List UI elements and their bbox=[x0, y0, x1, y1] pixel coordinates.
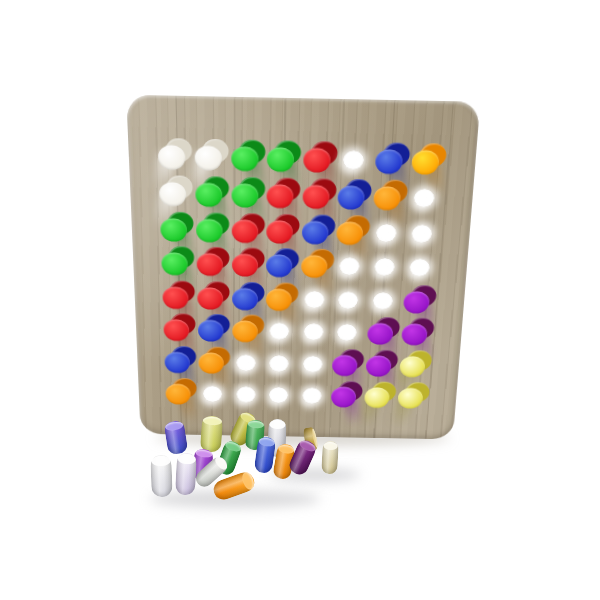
hole-r4c8 bbox=[401, 250, 438, 285]
pegboard-product-photo bbox=[0, 0, 600, 600]
peg bbox=[193, 246, 228, 281]
peg bbox=[194, 314, 228, 347]
peg bbox=[228, 176, 264, 213]
peg bbox=[157, 211, 193, 247]
peg-r4c5-orange bbox=[297, 248, 333, 283]
hole-r8c4 bbox=[262, 379, 295, 410]
empty-hole bbox=[269, 387, 288, 403]
loose-peg-white-clear-standing bbox=[150, 455, 172, 498]
peg bbox=[397, 317, 433, 350]
peg-r6c3-orange bbox=[228, 314, 262, 347]
peg-r1c2-white-clear bbox=[191, 139, 228, 177]
loose-peg-clear-gold-standing bbox=[321, 440, 339, 474]
empty-hole bbox=[303, 356, 323, 373]
peg-r8c7-pale-yellow bbox=[361, 381, 396, 412]
peg bbox=[362, 349, 397, 381]
empty-hole bbox=[269, 355, 289, 372]
peg-r5c1-red bbox=[159, 280, 194, 314]
peg-r2c4-red bbox=[263, 177, 299, 214]
empty-hole bbox=[303, 324, 323, 341]
peg-r5c3-blue bbox=[228, 281, 263, 315]
peg bbox=[195, 346, 229, 378]
peg bbox=[228, 247, 263, 282]
peg-r8c8-pale-yellow bbox=[394, 381, 429, 412]
hole-r3c8 bbox=[403, 215, 440, 251]
peg-r1c3-green bbox=[227, 139, 263, 177]
peg-r3c5-blue bbox=[298, 213, 334, 249]
peg bbox=[228, 212, 263, 248]
peg-r7c8-pale-yellow bbox=[395, 350, 430, 382]
peg bbox=[364, 317, 400, 350]
hole-r7c4 bbox=[262, 347, 296, 379]
peg-r2c3-green bbox=[228, 176, 264, 213]
empty-hole bbox=[203, 385, 222, 401]
peg bbox=[228, 281, 263, 315]
peg-r7c6-purple bbox=[329, 349, 364, 381]
empty-hole bbox=[236, 354, 255, 371]
peg bbox=[154, 138, 191, 176]
peg-r6c2-blue bbox=[194, 314, 228, 347]
peg-r8c1-orange bbox=[162, 377, 196, 408]
peg bbox=[299, 141, 336, 178]
peg-r4c3-red bbox=[228, 247, 263, 282]
empty-hole bbox=[340, 257, 361, 275]
empty-hole bbox=[376, 223, 397, 242]
hole-r6c5 bbox=[296, 316, 331, 349]
peg bbox=[328, 380, 362, 411]
peg-r3c2-green bbox=[192, 211, 228, 247]
peg bbox=[333, 214, 370, 250]
peg-r1c7-blue bbox=[371, 142, 409, 179]
hole-r4c6 bbox=[332, 249, 368, 284]
pegboard bbox=[126, 95, 480, 440]
peg bbox=[263, 282, 298, 316]
peg bbox=[158, 246, 194, 281]
peg bbox=[394, 381, 429, 412]
peg bbox=[297, 248, 333, 283]
peg-r5c4-orange bbox=[263, 282, 298, 316]
peg bbox=[263, 248, 298, 283]
peg bbox=[361, 381, 396, 412]
empty-hole bbox=[409, 259, 430, 277]
peg bbox=[162, 377, 196, 408]
peg-r6c7-purple bbox=[364, 317, 400, 350]
peg-r1c5-red bbox=[299, 141, 336, 178]
peg bbox=[370, 179, 407, 215]
hole-r3c7 bbox=[368, 215, 405, 251]
loose-peg-pale-yellow-standing bbox=[199, 415, 222, 452]
hole-r8c2 bbox=[196, 378, 230, 409]
peg bbox=[160, 313, 195, 346]
peg bbox=[298, 213, 334, 249]
empty-hole bbox=[374, 258, 395, 276]
hole-r6c4 bbox=[262, 315, 296, 348]
empty-hole bbox=[337, 324, 357, 341]
peg-r2c2-green bbox=[192, 175, 228, 212]
peg bbox=[395, 350, 430, 382]
peg-r7c1-blue bbox=[161, 345, 195, 377]
peg bbox=[191, 139, 228, 177]
empty-hole bbox=[270, 323, 290, 340]
peg-r5c2-red bbox=[194, 280, 229, 314]
empty-hole bbox=[236, 386, 255, 402]
peg bbox=[299, 178, 336, 215]
peg-r1c4-green bbox=[263, 140, 300, 177]
peg bbox=[329, 349, 364, 381]
loose-peg-white-purple-standing bbox=[175, 453, 197, 496]
peg-r1c1-white-clear bbox=[154, 138, 191, 176]
peg-r2c1-white-clear bbox=[156, 175, 193, 212]
peg-r4c1-green bbox=[158, 246, 194, 281]
hole-r7c5 bbox=[296, 348, 330, 380]
peg-r5c8-purple bbox=[399, 284, 435, 318]
peg bbox=[263, 177, 299, 214]
empty-hole bbox=[302, 387, 322, 403]
peg bbox=[399, 284, 435, 318]
peg-r1c8-orange bbox=[407, 143, 445, 180]
peg bbox=[334, 178, 371, 214]
peg-r7c7-purple bbox=[362, 349, 397, 381]
peg bbox=[407, 143, 445, 180]
empty-hole bbox=[343, 151, 365, 171]
hole-r7c3 bbox=[229, 347, 263, 379]
empty-hole bbox=[304, 291, 324, 309]
empty-hole bbox=[338, 291, 358, 309]
peg bbox=[227, 139, 263, 177]
peg bbox=[192, 175, 228, 212]
hole-r1c6 bbox=[335, 141, 373, 178]
empty-hole bbox=[413, 188, 435, 207]
peg-r3c6-orange bbox=[333, 214, 370, 250]
hole-r6c6 bbox=[330, 316, 365, 349]
peg-r6c8-purple bbox=[397, 317, 433, 350]
peg-r3c4-red bbox=[263, 213, 299, 249]
hole-r4c7 bbox=[367, 250, 403, 285]
peg-r4c4-blue bbox=[263, 248, 298, 283]
peg bbox=[159, 280, 194, 314]
empty-hole bbox=[411, 224, 432, 243]
peg bbox=[156, 175, 193, 212]
hole-r5c6 bbox=[331, 283, 367, 317]
peg-r2c5-red bbox=[299, 178, 336, 215]
peg bbox=[263, 213, 299, 249]
peg-r3c1-green bbox=[157, 211, 193, 247]
peg bbox=[228, 314, 262, 347]
peg-r6c1-red bbox=[160, 313, 195, 346]
hole-r2c8 bbox=[405, 180, 443, 216]
peg-r2c7-orange bbox=[370, 179, 407, 215]
peg-grid bbox=[154, 138, 445, 413]
peg-r4c2-red bbox=[193, 246, 228, 281]
peg-r3c3-red bbox=[228, 212, 263, 248]
peg-r8c6-purple bbox=[328, 380, 362, 411]
hole-r8c3 bbox=[229, 378, 262, 409]
empty-hole bbox=[373, 292, 394, 310]
peg bbox=[161, 345, 195, 377]
hole-r8c5 bbox=[295, 380, 329, 411]
peg bbox=[263, 140, 300, 177]
hole-r5c7 bbox=[365, 284, 401, 318]
peg-r2c6-blue bbox=[334, 178, 371, 214]
peg bbox=[194, 280, 229, 314]
peg bbox=[192, 211, 228, 247]
peg bbox=[371, 142, 409, 179]
peg-r7c2-orange bbox=[195, 346, 229, 378]
hole-r5c5 bbox=[297, 282, 332, 316]
